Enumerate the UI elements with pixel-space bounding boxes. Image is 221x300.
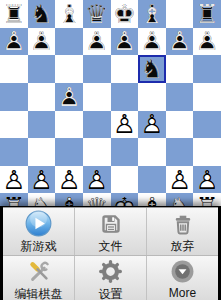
square-h5[interactable] — [193, 83, 221, 111]
square-f8[interactable]: ♝♗ — [138, 0, 166, 28]
square-g5[interactable] — [166, 83, 194, 111]
black-pawn: ♟♙ — [28, 28, 56, 56]
chess-board: ♜♖♞♘♝♗♛♕♚♔♝♗♜♖♟♙♟♙♟♙♟♙♟♙♟♙♟♙♞♘♟♙♟♙♟♙♟♙♟♙… — [0, 0, 221, 221]
white-pawn: ♟♙ — [55, 166, 83, 194]
options-menu: 新游戏 文件 — [0, 206, 221, 300]
square-b7[interactable]: ♟♙ — [28, 28, 56, 56]
square-f3[interactable] — [138, 138, 166, 166]
square-h7[interactable]: ♟♙ — [193, 28, 221, 56]
app-screen: ♜♖♞♘♝♗♛♕♚♔♝♗♜♖♟♙♟♙♟♙♟♙♟♙♟♙♟♙♞♘♟♙♟♙♟♙♟♙♟♙… — [0, 0, 221, 300]
black-pawn: ♟♙ — [55, 83, 83, 111]
square-f6[interactable]: ♞♘ — [138, 55, 166, 83]
menu-item-new-game[interactable]: 新游戏 — [3, 208, 74, 255]
square-a4[interactable] — [0, 111, 28, 139]
square-h4[interactable] — [193, 111, 221, 139]
square-g7[interactable]: ♟♙ — [166, 28, 194, 56]
white-pawn: ♟♙ — [193, 166, 221, 194]
black-pawn: ♟♙ — [111, 28, 139, 56]
trash-icon — [171, 210, 195, 237]
square-f5[interactable] — [138, 83, 166, 111]
square-g6[interactable] — [166, 55, 194, 83]
square-e8[interactable]: ♚♔ — [111, 0, 139, 28]
save-icon — [99, 210, 123, 237]
black-rook: ♜♖ — [0, 0, 28, 28]
square-c4[interactable] — [55, 111, 83, 139]
menu-item-label: 文件 — [99, 238, 123, 255]
square-b8[interactable]: ♞♘ — [28, 0, 56, 28]
black-king: ♚♔ — [111, 0, 139, 28]
white-pawn: ♟♙ — [83, 166, 111, 194]
square-g2[interactable]: ♟♙ — [166, 166, 194, 194]
square-h8[interactable]: ♜♖ — [193, 0, 221, 28]
black-pawn: ♟♙ — [83, 28, 111, 56]
square-d6[interactable] — [83, 55, 111, 83]
black-rook: ♜♖ — [193, 0, 221, 28]
square-e5[interactable] — [111, 83, 139, 111]
black-knight: ♞♘ — [28, 0, 56, 28]
square-b3[interactable] — [28, 138, 56, 166]
square-d8[interactable]: ♛♕ — [83, 0, 111, 28]
square-c5[interactable]: ♟♙ — [55, 83, 83, 111]
white-pawn: ♟♙ — [28, 166, 56, 194]
menu-item-label: 放弃 — [171, 238, 195, 255]
square-h2[interactable]: ♟♙ — [193, 166, 221, 194]
options-menu-panel: 新游戏 文件 — [3, 207, 218, 296]
square-f4[interactable]: ♟♙ — [138, 111, 166, 139]
square-e3[interactable] — [111, 138, 139, 166]
square-a5[interactable] — [0, 83, 28, 111]
square-d7[interactable]: ♟♙ — [83, 28, 111, 56]
menu-row-top: 新游戏 文件 — [3, 208, 218, 255]
square-e4[interactable]: ♟♙ — [111, 111, 139, 139]
menu-row-bottom: 编辑棋盘 设置 — [3, 255, 218, 300]
more-icon — [170, 258, 195, 285]
square-c8[interactable]: ♝♗ — [55, 0, 83, 28]
square-a3[interactable] — [0, 138, 28, 166]
square-g4[interactable] — [166, 111, 194, 139]
square-c6[interactable] — [55, 55, 83, 83]
menu-item-label: 编辑棋盘 — [15, 286, 63, 300]
square-b2[interactable]: ♟♙ — [28, 166, 56, 194]
square-g3[interactable] — [166, 138, 194, 166]
square-a8[interactable]: ♜♖ — [0, 0, 28, 28]
square-e7[interactable]: ♟♙ — [111, 28, 139, 56]
menu-item-label: More — [169, 286, 196, 300]
square-f7[interactable]: ♟♙ — [138, 28, 166, 56]
white-pawn: ♟♙ — [138, 111, 166, 139]
black-bishop: ♝♗ — [138, 0, 166, 28]
square-c3[interactable] — [55, 138, 83, 166]
menu-item-settings[interactable]: 设置 — [74, 256, 146, 300]
black-queen: ♛♕ — [83, 0, 111, 28]
menu-item-more[interactable]: More — [146, 256, 218, 300]
square-h3[interactable] — [193, 138, 221, 166]
menu-item-discard[interactable]: 放弃 — [146, 208, 218, 255]
square-b4[interactable] — [28, 111, 56, 139]
square-e2[interactable] — [111, 166, 139, 194]
square-a2[interactable]: ♟♙ — [0, 166, 28, 194]
gear-icon — [98, 258, 123, 285]
square-c7[interactable] — [55, 28, 83, 56]
white-pawn: ♟♙ — [166, 166, 194, 194]
play-icon — [25, 210, 52, 237]
square-b6[interactable] — [28, 55, 56, 83]
square-g8[interactable] — [166, 0, 194, 28]
menu-item-edit-board[interactable]: 编辑棋盘 — [3, 256, 74, 300]
menu-item-file[interactable]: 文件 — [74, 208, 146, 255]
square-d5[interactable] — [83, 83, 111, 111]
black-pawn: ♟♙ — [138, 28, 166, 56]
tools-icon — [27, 258, 51, 285]
menu-item-label: 新游戏 — [21, 238, 57, 255]
square-c2[interactable]: ♟♙ — [55, 166, 83, 194]
white-pawn: ♟♙ — [0, 166, 28, 194]
black-knight: ♞♘ — [138, 55, 166, 83]
square-h6[interactable] — [193, 55, 221, 83]
square-b5[interactable] — [28, 83, 56, 111]
square-d2[interactable]: ♟♙ — [83, 166, 111, 194]
menu-item-label: 设置 — [99, 286, 123, 300]
square-a6[interactable] — [0, 55, 28, 83]
square-d4[interactable] — [83, 111, 111, 139]
white-pawn: ♟♙ — [111, 111, 139, 139]
square-f2[interactable] — [138, 166, 166, 194]
black-bishop: ♝♗ — [55, 0, 83, 28]
square-a7[interactable]: ♟♙ — [0, 28, 28, 56]
black-pawn: ♟♙ — [166, 28, 194, 56]
black-pawn: ♟♙ — [0, 28, 28, 56]
black-pawn: ♟♙ — [193, 28, 221, 56]
square-e6[interactable] — [111, 55, 139, 83]
square-d3[interactable] — [83, 138, 111, 166]
